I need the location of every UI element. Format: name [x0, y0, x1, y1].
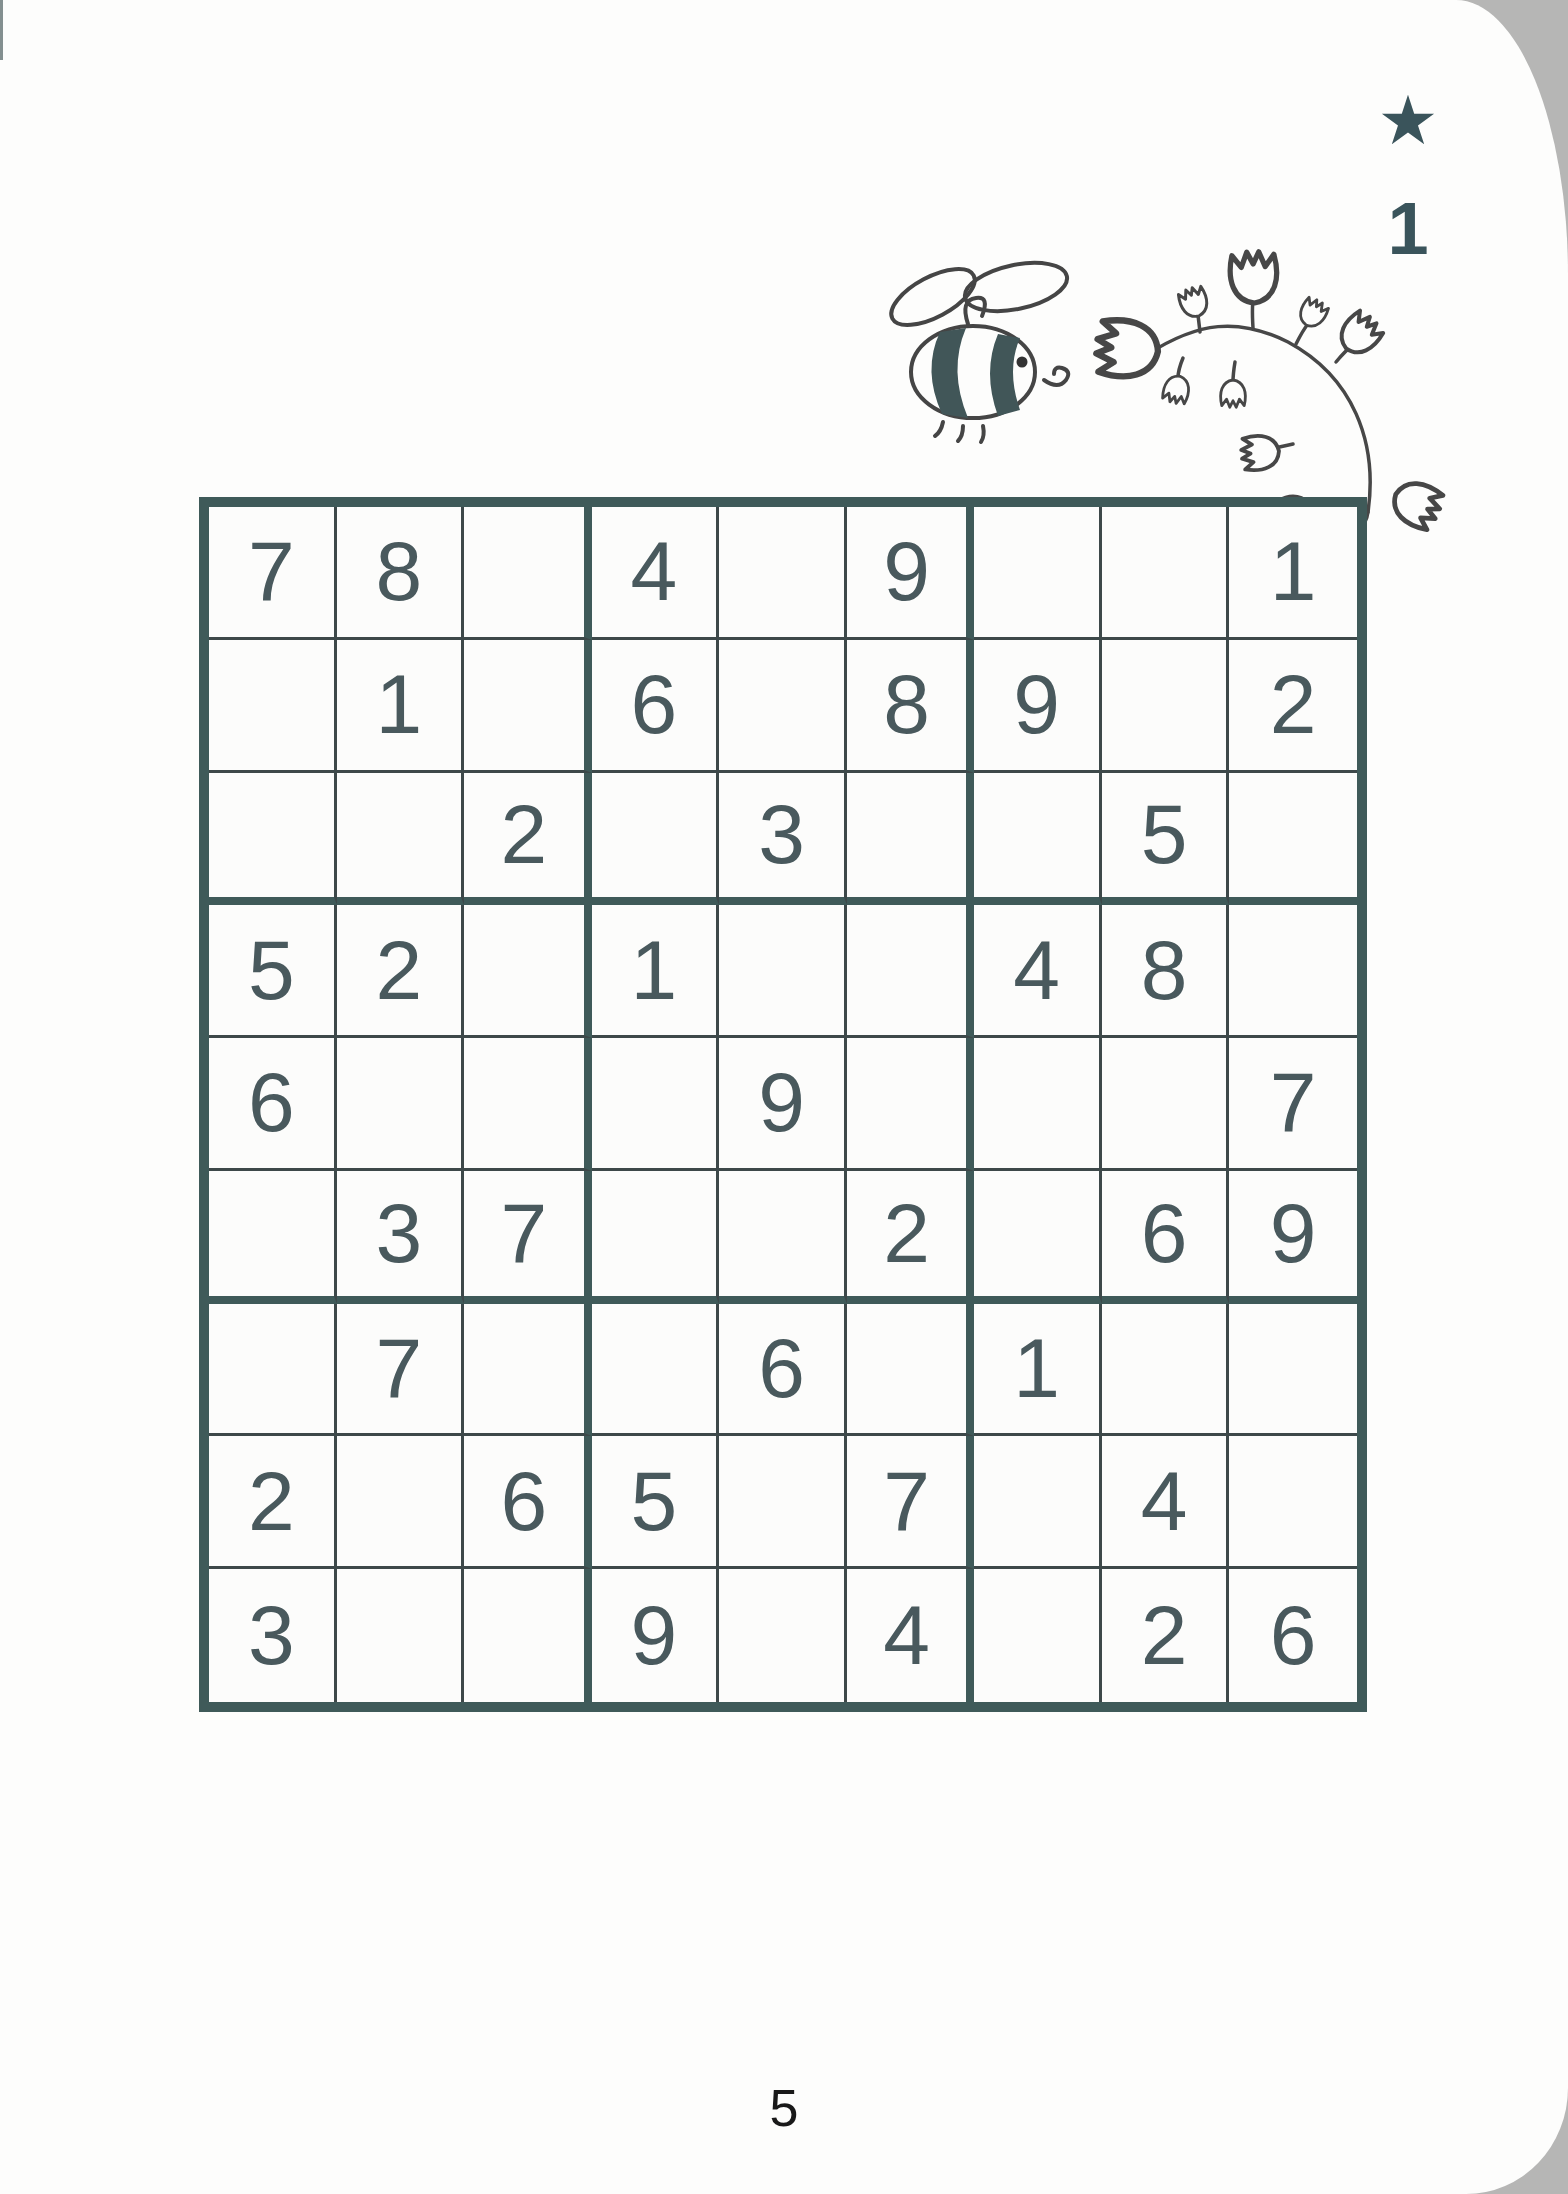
sudoku-cell[interactable] [592, 1038, 720, 1171]
puzzle-number: 1 [1368, 192, 1448, 266]
sudoku-cell[interactable]: 8 [847, 640, 975, 773]
sudoku-cell[interactable] [209, 1171, 337, 1304]
sudoku-cell[interactable] [464, 905, 592, 1038]
sudoku-cell[interactable] [974, 1038, 1102, 1171]
sudoku-cell[interactable] [1102, 507, 1230, 640]
sudoku-cell[interactable]: 5 [209, 905, 337, 1038]
sudoku-cell[interactable]: 5 [1102, 773, 1230, 906]
sudoku-cell[interactable] [209, 1304, 337, 1437]
sudoku-cell[interactable] [1102, 1038, 1230, 1171]
sudoku-cell[interactable] [1229, 773, 1357, 906]
sudoku-cell[interactable]: 3 [209, 1569, 337, 1702]
sudoku-cell[interactable] [464, 1304, 592, 1437]
sudoku-cell[interactable] [847, 1038, 975, 1171]
sudoku-cell[interactable]: 3 [337, 1171, 465, 1304]
sudoku-cell[interactable]: 7 [464, 1171, 592, 1304]
sudoku-cell[interactable] [974, 1436, 1102, 1569]
sudoku-cell[interactable] [974, 1171, 1102, 1304]
sudoku-cell[interactable] [464, 507, 592, 640]
sudoku-cell[interactable] [719, 640, 847, 773]
bee-icon [883, 255, 1071, 442]
sudoku-cell[interactable]: 3 [719, 773, 847, 906]
sudoku-cell[interactable]: 2 [337, 905, 465, 1038]
sudoku-cell[interactable] [337, 1436, 465, 1569]
sudoku-cell[interactable] [1102, 1304, 1230, 1437]
sudoku-cell[interactable]: 7 [209, 507, 337, 640]
sudoku-cell[interactable] [847, 905, 975, 1038]
sudoku-cell[interactable] [847, 773, 975, 906]
sudoku-cell[interactable]: 2 [1102, 1569, 1230, 1702]
sudoku-grid: 784911689223552148697372697612657439426 [199, 497, 1367, 1712]
sudoku-cell[interactable] [719, 1171, 847, 1304]
sudoku-cell[interactable]: 9 [974, 640, 1102, 773]
sudoku-cell[interactable]: 7 [1229, 1038, 1357, 1171]
sudoku-cell[interactable] [592, 1304, 720, 1437]
sudoku-cell[interactable]: 8 [337, 507, 465, 640]
sudoku-cell[interactable] [719, 905, 847, 1038]
sudoku-cell[interactable]: 9 [1229, 1171, 1357, 1304]
sudoku-cell[interactable] [1229, 1436, 1357, 1569]
sudoku-cell[interactable] [464, 1038, 592, 1171]
sudoku-cell[interactable]: 6 [1229, 1569, 1357, 1702]
sudoku-cell[interactable] [719, 1569, 847, 1702]
sudoku-cell[interactable] [337, 1569, 465, 1702]
sudoku-cell[interactable] [209, 773, 337, 906]
sudoku-cell[interactable] [592, 1171, 720, 1304]
sudoku-cell[interactable] [1229, 905, 1357, 1038]
sudoku-cell[interactable]: 4 [592, 507, 720, 640]
sudoku-cell[interactable]: 9 [719, 1038, 847, 1171]
sudoku-cell[interactable]: 4 [974, 905, 1102, 1038]
sudoku-cell[interactable] [974, 507, 1102, 640]
sudoku-cell[interactable] [464, 1569, 592, 1702]
sudoku-cell[interactable] [974, 773, 1102, 906]
sudoku-cell[interactable]: 2 [209, 1436, 337, 1569]
sudoku-cell[interactable] [464, 640, 592, 773]
sudoku-cell[interactable] [719, 1436, 847, 1569]
sudoku-cell[interactable]: 6 [1102, 1171, 1230, 1304]
sudoku-cell[interactable]: 9 [592, 1569, 720, 1702]
sudoku-cell[interactable]: 1 [337, 640, 465, 773]
sudoku-cell[interactable]: 6 [209, 1038, 337, 1171]
sudoku-cell[interactable] [1229, 1304, 1357, 1437]
sudoku-cell[interactable]: 7 [337, 1304, 465, 1437]
page-number: 5 [0, 2078, 1568, 2138]
sudoku-cell[interactable]: 6 [592, 640, 720, 773]
sudoku-cell[interactable]: 1 [1229, 507, 1357, 640]
sudoku-cell[interactable] [337, 1038, 465, 1171]
sudoku-cell[interactable]: 9 [847, 507, 975, 640]
scan-artifact [0, 0, 3, 60]
sudoku-cell[interactable]: 6 [719, 1304, 847, 1437]
sudoku-cell[interactable]: 8 [1102, 905, 1230, 1038]
sudoku-cell[interactable] [209, 640, 337, 773]
sudoku-cell[interactable]: 2 [464, 773, 592, 906]
book-page: ★ 1 [0, 0, 1568, 2194]
sudoku-cell[interactable]: 2 [847, 1171, 975, 1304]
sudoku-cell[interactable] [592, 773, 720, 906]
sudoku-cell[interactable] [337, 773, 465, 906]
sudoku-cell[interactable] [719, 507, 847, 640]
sudoku-cell[interactable] [847, 1304, 975, 1437]
difficulty-star-icon: ★ [1368, 86, 1448, 154]
sudoku-cell[interactable]: 6 [464, 1436, 592, 1569]
sudoku-cell[interactable]: 7 [847, 1436, 975, 1569]
sudoku-cell[interactable]: 2 [1229, 640, 1357, 773]
sudoku-cell[interactable] [974, 1569, 1102, 1702]
sudoku-cell[interactable]: 1 [592, 905, 720, 1038]
sudoku-cell[interactable]: 4 [847, 1569, 975, 1702]
sudoku-cell[interactable]: 5 [592, 1436, 720, 1569]
sudoku-cell[interactable] [1102, 640, 1230, 773]
sudoku-cell[interactable]: 1 [974, 1304, 1102, 1437]
sudoku-cell[interactable]: 4 [1102, 1436, 1230, 1569]
